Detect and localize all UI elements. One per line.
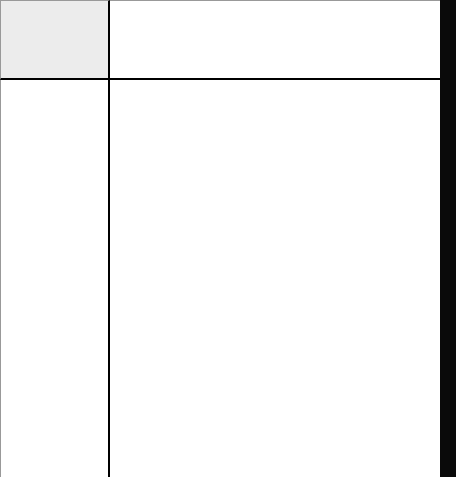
puzzle-grid bbox=[110, 80, 440, 477]
watermark-corner bbox=[0, 0, 110, 80]
row-clues bbox=[0, 80, 110, 477]
site-sidebar bbox=[440, 0, 456, 477]
nonogram-puzzle bbox=[0, 0, 456, 477]
column-clues bbox=[110, 0, 440, 80]
